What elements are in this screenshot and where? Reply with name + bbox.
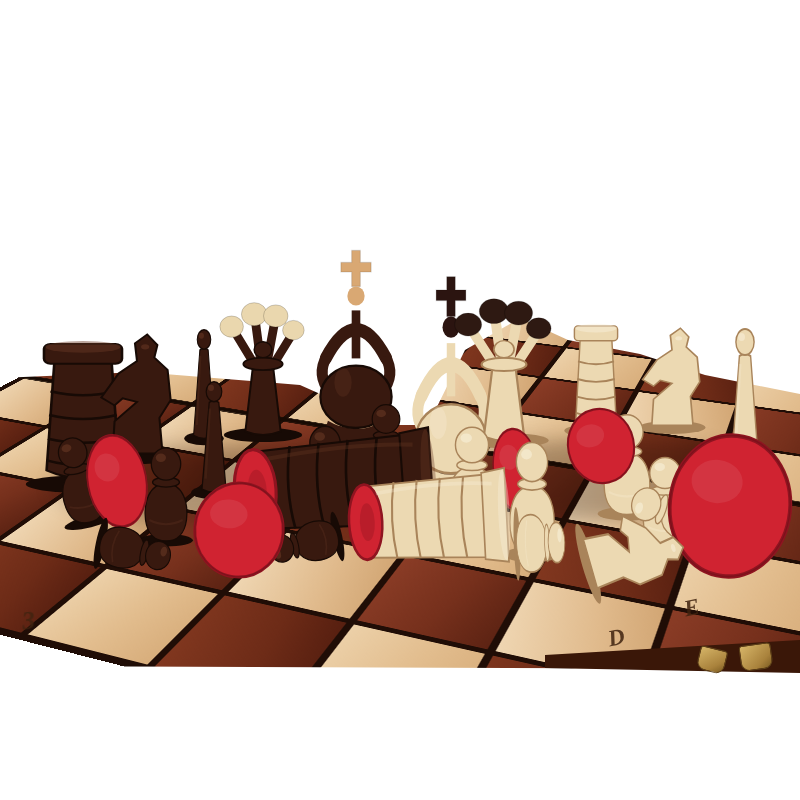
light-pawn-lying xyxy=(511,498,572,588)
light-rook-fallen xyxy=(342,468,513,571)
chess-set-photo: 32DE xyxy=(0,0,800,800)
board-coordinate-label-3: 3 xyxy=(21,607,37,634)
brass-clasp xyxy=(738,642,773,672)
dark-felt-disc-2 xyxy=(189,479,289,581)
